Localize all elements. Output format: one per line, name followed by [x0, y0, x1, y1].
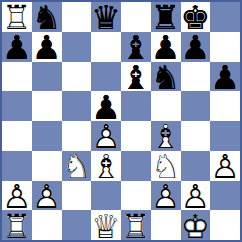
black-pawn-outline-icon: ♙: [181, 32, 211, 62]
square-c7[interactable]: [62, 32, 92, 62]
square-b4[interactable]: [32, 121, 62, 151]
square-h3[interactable]: ♟♙: [210, 151, 240, 181]
black-pawn-icon: ♟: [32, 32, 62, 62]
white-pawn-icon: ♟: [91, 122, 121, 152]
piece-black-pawn[interactable]: ♟♙: [32, 32, 62, 62]
square-f4[interactable]: ♝♗: [151, 121, 181, 151]
square-h6[interactable]: ♟♙: [210, 62, 240, 92]
square-b5[interactable]: [32, 91, 62, 121]
square-g6[interactable]: [181, 62, 211, 92]
black-pawn-icon: ♟: [181, 32, 211, 62]
square-f7[interactable]: ♟♙: [151, 32, 181, 62]
black-bishop-outline-icon: ♗: [121, 32, 151, 62]
piece-black-queen[interactable]: ♛♕: [91, 2, 121, 32]
white-pawn-outline-icon: ♙: [210, 151, 240, 181]
white-bishop-outline-icon: ♗: [151, 122, 181, 152]
square-e2[interactable]: [121, 181, 151, 211]
white-knight-icon: ♞: [62, 151, 92, 181]
white-pawn-icon: ♟: [32, 181, 62, 211]
piece-white-bishop[interactable]: ♝♗: [91, 151, 121, 181]
square-b2[interactable]: ♟♙: [32, 181, 62, 211]
square-b7[interactable]: ♟♙: [32, 32, 62, 62]
black-pawn-outline-icon: ♙: [2, 32, 32, 62]
square-a4[interactable]: [2, 121, 32, 151]
piece-black-king[interactable]: ♚♔: [181, 2, 211, 32]
black-queen-icon: ♛: [91, 3, 121, 33]
white-rook-icon: ♜: [2, 3, 32, 33]
square-g7[interactable]: ♟♙: [181, 32, 211, 62]
square-e4[interactable]: [121, 121, 151, 151]
piece-black-knight[interactable]: ♞♘: [32, 2, 62, 32]
square-d4[interactable]: ♟♙: [91, 121, 121, 151]
white-rook-outline-icon: ♖: [2, 3, 32, 33]
square-h1[interactable]: [210, 210, 240, 240]
square-h5[interactable]: [210, 91, 240, 121]
square-f6[interactable]: ♞♘: [151, 62, 181, 92]
white-pawn-icon: ♟: [181, 181, 211, 211]
piece-black-bishop[interactable]: ♝♗: [121, 62, 151, 92]
square-e6[interactable]: ♝♗: [121, 62, 151, 92]
square-c2[interactable]: [62, 181, 92, 211]
piece-white-queen[interactable]: ♛♕: [91, 210, 121, 240]
square-b8[interactable]: ♞♘: [32, 2, 62, 32]
white-bishop-icon: ♝: [151, 122, 181, 152]
piece-white-pawn[interactable]: ♟♙: [151, 181, 181, 211]
black-knight-outline-icon: ♘: [151, 62, 181, 92]
white-king-outline-icon: ♔: [181, 211, 211, 241]
piece-white-knight[interactable]: ♞♘: [62, 151, 92, 181]
square-f3[interactable]: ♞♘: [151, 151, 181, 181]
white-bishop-icon: ♝: [91, 151, 121, 181]
square-c3[interactable]: ♞♘: [62, 151, 92, 181]
square-g5[interactable]: [181, 91, 211, 121]
white-rook-icon: ♜: [2, 211, 32, 241]
black-bishop-icon: ♝: [121, 32, 151, 62]
square-h8[interactable]: [210, 2, 240, 32]
square-d2[interactable]: [91, 181, 121, 211]
white-pawn-outline-icon: ♙: [151, 181, 181, 211]
square-h4[interactable]: [210, 121, 240, 151]
black-pawn-icon: ♟: [151, 32, 181, 62]
piece-white-pawn[interactable]: ♟♙: [210, 151, 240, 181]
black-pawn-outline-icon: ♙: [32, 32, 62, 62]
square-d6[interactable]: [91, 62, 121, 92]
square-c4[interactable]: [62, 121, 92, 151]
white-pawn-outline-icon: ♙: [181, 181, 211, 211]
white-pawn-outline-icon: ♙: [91, 122, 121, 152]
piece-black-pawn[interactable]: ♟♙: [181, 32, 211, 62]
white-queen-outline-icon: ♕: [91, 211, 121, 241]
square-e3[interactable]: [121, 151, 151, 181]
black-pawn-outline-icon: ♙: [151, 32, 181, 62]
square-g1[interactable]: ♚♔: [181, 210, 211, 240]
square-a8[interactable]: ♜♖: [2, 2, 32, 32]
piece-white-rook[interactable]: ♜♖: [2, 210, 32, 240]
piece-white-king[interactable]: ♚♔: [181, 210, 211, 240]
square-f5[interactable]: [151, 91, 181, 121]
black-king-icon: ♚: [181, 3, 211, 33]
square-e7[interactable]: ♝♗: [121, 32, 151, 62]
chess-board: ♜♖♞♘♛♕♜♖♚♔♟♙♟♙♝♗♟♙♟♙♝♗♞♘♟♙♟♙♟♙♝♗♞♘♝♗♞♘♟♙…: [0, 0, 242, 242]
piece-white-knight[interactable]: ♞♘: [151, 151, 181, 181]
black-bishop-outline-icon: ♗: [121, 62, 151, 92]
piece-black-bishop[interactable]: ♝♗: [121, 32, 151, 62]
square-b3[interactable]: [32, 151, 62, 181]
white-knight-outline-icon: ♘: [62, 151, 92, 181]
white-knight-icon: ♞: [151, 151, 181, 181]
piece-white-pawn[interactable]: ♟♙: [32, 181, 62, 211]
square-g8[interactable]: ♚♔: [181, 2, 211, 32]
square-c1[interactable]: [62, 210, 92, 240]
black-pawn-outline-icon: ♙: [91, 92, 121, 122]
piece-black-pawn[interactable]: ♟♙: [2, 32, 32, 62]
black-bishop-icon: ♝: [121, 62, 151, 92]
black-pawn-icon: ♟: [210, 62, 240, 92]
square-a5[interactable]: [2, 91, 32, 121]
piece-black-pawn[interactable]: ♟♙: [91, 91, 121, 121]
white-bishop-outline-icon: ♗: [91, 151, 121, 181]
square-e8[interactable]: [121, 2, 151, 32]
white-queen-icon: ♛: [91, 211, 121, 241]
piece-black-rook[interactable]: ♜♖: [151, 2, 181, 32]
square-f2[interactable]: ♟♙: [151, 181, 181, 211]
square-d5[interactable]: ♟♙: [91, 91, 121, 121]
black-knight-icon: ♞: [151, 62, 181, 92]
square-d1[interactable]: ♛♕: [91, 210, 121, 240]
black-pawn-outline-icon: ♙: [210, 62, 240, 92]
square-a1[interactable]: ♜♖: [2, 210, 32, 240]
chess-board-container: ♜♖♞♘♛♕♜♖♚♔♟♙♟♙♝♗♟♙♟♙♝♗♞♘♟♙♟♙♟♙♝♗♞♘♝♗♞♘♟♙…: [0, 0, 242, 242]
white-rook-icon: ♜: [121, 211, 151, 241]
piece-black-pawn[interactable]: ♟♙: [151, 32, 181, 62]
piece-white-rook[interactable]: ♜♖: [2, 2, 32, 32]
piece-black-knight[interactable]: ♞♘: [151, 62, 181, 92]
black-queen-outline-icon: ♕: [91, 3, 121, 33]
black-rook-icon: ♜: [151, 3, 181, 33]
square-c6[interactable]: [62, 62, 92, 92]
white-pawn-outline-icon: ♙: [32, 181, 62, 211]
square-c8[interactable]: [62, 2, 92, 32]
square-c5[interactable]: [62, 91, 92, 121]
white-rook-outline-icon: ♖: [2, 211, 32, 241]
square-f1[interactable]: [151, 210, 181, 240]
piece-white-rook[interactable]: ♜♖: [121, 210, 151, 240]
square-g4[interactable]: [181, 121, 211, 151]
square-h2[interactable]: [210, 181, 240, 211]
piece-white-bishop[interactable]: ♝♗: [151, 121, 181, 151]
black-rook-outline-icon: ♖: [151, 3, 181, 33]
square-h7[interactable]: [210, 32, 240, 62]
square-a6[interactable]: [2, 62, 32, 92]
white-pawn-icon: ♟: [151, 181, 181, 211]
black-king-outline-icon: ♔: [181, 3, 211, 33]
piece-black-pawn[interactable]: ♟♙: [210, 62, 240, 92]
black-knight-outline-icon: ♘: [32, 3, 62, 33]
square-b6[interactable]: [32, 62, 62, 92]
square-e1[interactable]: ♜♖: [121, 210, 151, 240]
black-knight-icon: ♞: [32, 3, 62, 33]
white-pawn-icon: ♟: [2, 181, 32, 211]
piece-white-pawn[interactable]: ♟♙: [91, 121, 121, 151]
square-d8[interactable]: ♛♕: [91, 2, 121, 32]
square-e5[interactable]: [121, 91, 151, 121]
black-pawn-icon: ♟: [2, 32, 32, 62]
white-king-icon: ♚: [181, 211, 211, 241]
black-pawn-icon: ♟: [91, 92, 121, 122]
square-d3[interactable]: ♝♗: [91, 151, 121, 181]
square-g3[interactable]: [181, 151, 211, 181]
square-f8[interactable]: ♜♖: [151, 2, 181, 32]
white-knight-outline-icon: ♘: [151, 151, 181, 181]
square-a7[interactable]: ♟♙: [2, 32, 32, 62]
square-d7[interactable]: [91, 32, 121, 62]
square-a2[interactable]: ♟♙: [2, 181, 32, 211]
piece-white-pawn[interactable]: ♟♙: [181, 181, 211, 211]
square-g2[interactable]: ♟♙: [181, 181, 211, 211]
white-pawn-icon: ♟: [210, 151, 240, 181]
white-pawn-outline-icon: ♙: [2, 181, 32, 211]
square-b1[interactable]: [32, 210, 62, 240]
square-a3[interactable]: [2, 151, 32, 181]
white-rook-outline-icon: ♖: [121, 211, 151, 241]
piece-white-pawn[interactable]: ♟♙: [2, 181, 32, 211]
